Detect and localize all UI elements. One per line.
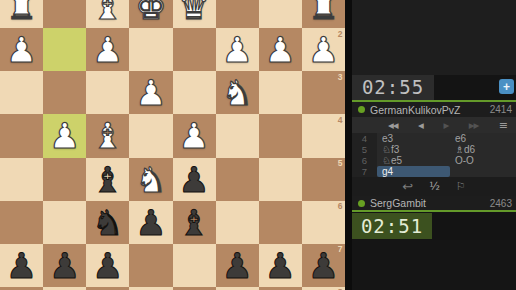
panel-top-spacer <box>352 0 516 75</box>
square-e2[interactable] <box>129 28 172 71</box>
square-c1[interactable] <box>216 0 259 28</box>
square-c6[interactable] <box>216 201 259 244</box>
square-f4[interactable]: ♝ <box>86 114 129 157</box>
square-h6[interactable] <box>0 201 43 244</box>
white-pawn-d4[interactable]: ♟ <box>173 114 216 157</box>
rank-label-7: 7 <box>338 245 343 254</box>
black-pawn-d5[interactable]: ♟ <box>173 158 216 201</box>
square-e5[interactable]: ♞ <box>129 158 172 201</box>
board-menu-icon[interactable]: ≡ <box>499 119 508 132</box>
white-queen-d1[interactable]: ♛ <box>173 0 216 28</box>
square-b2[interactable]: ♟ <box>259 28 302 71</box>
online-dot-icon <box>358 200 365 207</box>
move-number: 6 <box>352 155 377 166</box>
square-h2[interactable]: ♟ <box>0 28 43 71</box>
rank-label-6: 6 <box>338 202 343 211</box>
square-e3[interactable]: ♟ <box>129 71 172 114</box>
game-action-bar: ↩ ½ ⚐ <box>352 177 516 196</box>
move-number: 7 <box>352 166 377 177</box>
square-e4[interactable] <box>129 114 172 157</box>
rank-label-3: 3 <box>338 73 343 82</box>
square-h3[interactable] <box>0 71 43 114</box>
square-c3[interactable]: ♞ <box>216 71 259 114</box>
move-black-7[interactable] <box>450 166 516 177</box>
black-pawn-g7[interactable]: ♟ <box>43 244 86 287</box>
player-bottom[interactable]: SergGambit 2463 <box>352 196 516 210</box>
square-e1[interactable]: ♚ <box>129 0 172 28</box>
square-b1[interactable] <box>259 0 302 28</box>
resign-flag-icon[interactable]: ⚐ <box>456 178 466 195</box>
square-g4[interactable]: ♟ <box>43 114 86 157</box>
draw-offer-button[interactable]: ½ <box>429 178 440 195</box>
bottom-clock-strip: 02:51 <box>352 212 516 240</box>
square-g5[interactable] <box>43 158 86 201</box>
square-c7[interactable]: ♟ <box>216 244 259 287</box>
square-d3[interactable] <box>173 71 216 114</box>
black-clock: 02:51 <box>352 213 432 239</box>
square-f6[interactable]: ♞ <box>86 201 129 244</box>
move-black-4[interactable]: e6 <box>450 133 516 144</box>
square-g6[interactable] <box>43 201 86 244</box>
move-number: 4 <box>352 133 377 144</box>
white-rook-a1[interactable]: ♜ <box>302 0 345 28</box>
square-d5[interactable]: ♟ <box>173 158 216 201</box>
move-black-6[interactable]: O-O <box>450 155 516 166</box>
square-h1[interactable]: ♜ <box>0 0 43 28</box>
player-top[interactable]: GermanKulikovPvZ 2414 <box>352 102 516 117</box>
square-b6[interactable] <box>259 201 302 244</box>
nav-first-button[interactable]: ◀◀ <box>388 121 398 130</box>
rank-label-5: 5 <box>338 159 343 168</box>
player-top-rating: 2414 <box>490 104 513 115</box>
square-f2[interactable]: ♟ <box>86 28 129 71</box>
square-g2[interactable] <box>43 28 86 71</box>
white-pawn-g4[interactable]: ♟ <box>43 114 86 157</box>
white-pawn-f2[interactable]: ♟ <box>86 28 129 71</box>
square-a1[interactable]: ♜ <box>302 0 345 28</box>
black-pawn-f7[interactable]: ♟ <box>86 244 129 287</box>
square-d7[interactable] <box>173 244 216 287</box>
nav-prev-button[interactable]: ◀ <box>418 121 423 130</box>
white-pawn-b2[interactable]: ♟ <box>259 28 302 71</box>
square-d6[interactable]: ♝ <box>173 201 216 244</box>
white-bishop-f4[interactable]: ♝ <box>86 114 129 157</box>
square-f1[interactable]: ♝ <box>86 0 129 28</box>
white-pawn-h2[interactable]: ♟ <box>0 28 43 71</box>
square-h5[interactable] <box>0 158 43 201</box>
black-pawn-c7[interactable]: ♟ <box>216 244 259 287</box>
square-b3[interactable] <box>259 71 302 114</box>
square-h7[interactable]: ♟ <box>0 244 43 287</box>
square-g7[interactable]: ♟ <box>43 244 86 287</box>
white-knight-c3[interactable]: ♞ <box>216 71 259 114</box>
side-panel: 02:55 + GermanKulikovPvZ 2414 ◀◀ ◀ ▶ ▶▶ … <box>345 0 516 290</box>
square-b5[interactable] <box>259 158 302 201</box>
square-g3[interactable] <box>43 71 86 114</box>
board-grid: ♜♝♚♛♜♟♟♟♟♟♟♞♟♝♟♝♞♟♞♟♝♟♟♟♟♟♟♚♜♛♞♜12345678 <box>0 0 345 290</box>
square-f5[interactable]: ♝ <box>86 158 129 201</box>
white-pawn-e3[interactable]: ♟ <box>129 71 172 114</box>
move-white-5[interactable]: ♘f3 <box>377 144 450 155</box>
white-knight-e5[interactable]: ♞ <box>129 158 172 201</box>
move-black-5[interactable]: ♗d6 <box>450 144 516 155</box>
white-pawn-c2[interactable]: ♟ <box>216 28 259 71</box>
black-pawn-e6[interactable]: ♟ <box>129 201 172 244</box>
online-dot-icon <box>358 106 365 113</box>
square-c5[interactable] <box>216 158 259 201</box>
square-d1[interactable]: ♛ <box>173 0 216 28</box>
black-knight-f6[interactable]: ♞ <box>86 201 129 244</box>
black-pawn-b7[interactable]: ♟ <box>259 244 302 287</box>
square-f7[interactable]: ♟ <box>86 244 129 287</box>
move-list: 4 e3 e6 5 ♘f3 ♗d6 6 ♘e5 O-O 7 g4 <box>352 133 516 177</box>
move-number: 5 <box>352 144 377 155</box>
rank-label-4: 4 <box>338 116 343 125</box>
white-clock: 02:55 <box>352 75 434 100</box>
white-rook-h1[interactable]: ♜ <box>0 0 43 28</box>
square-g1[interactable] <box>43 0 86 28</box>
square-e6[interactable]: ♟ <box>129 201 172 244</box>
square-f3[interactable] <box>86 71 129 114</box>
black-bishop-d6[interactable]: ♝ <box>173 201 216 244</box>
move-white-6[interactable]: ♘e5 <box>377 155 450 166</box>
white-king-e1[interactable]: ♚ <box>129 0 172 28</box>
square-d2[interactable] <box>173 28 216 71</box>
square-b7[interactable]: ♟ <box>259 244 302 287</box>
panel-bottom-spacer <box>352 240 516 290</box>
takeback-icon[interactable]: ↩ <box>402 178 413 195</box>
move-white-4[interactable]: e3 <box>377 133 450 144</box>
black-pawn-h7[interactable]: ♟ <box>0 244 43 287</box>
top-clock-strip: 02:55 + <box>352 75 516 100</box>
white-bishop-f1[interactable]: ♝ <box>86 0 129 28</box>
square-h4[interactable] <box>0 114 43 157</box>
square-c2[interactable]: ♟ <box>216 28 259 71</box>
player-bottom-rating: 2463 <box>490 198 513 209</box>
move-nav-bar: ◀◀ ◀ ▶ ▶▶ ≡ <box>352 117 516 133</box>
nav-next-button[interactable]: ▶ <box>443 121 448 130</box>
nav-last-button[interactable]: ▶▶ <box>469 121 479 130</box>
rank-label-2: 2 <box>338 30 343 39</box>
chess-board[interactable]: ♜♝♚♛♜♟♟♟♟♟♟♞♟♝♟♝♞♟♞♟♝♟♟♟♟♟♟♚♜♛♞♜12345678 <box>0 0 345 290</box>
move-white-7[interactable]: g4 <box>377 166 450 177</box>
give-more-time-button[interactable]: + <box>499 79 514 94</box>
player-bottom-name: SergGambit <box>370 196 490 210</box>
square-b4[interactable] <box>259 114 302 157</box>
square-c4[interactable] <box>216 114 259 157</box>
player-top-name: GermanKulikovPvZ <box>370 103 490 117</box>
square-d4[interactable]: ♟ <box>173 114 216 157</box>
chess-app: ♜♝♚♛♜♟♟♟♟♟♟♞♟♝♟♝♞♟♞♟♝♟♟♟♟♟♟♚♜♛♞♜12345678… <box>0 0 516 290</box>
square-e7[interactable] <box>129 244 172 287</box>
black-bishop-f5[interactable]: ♝ <box>86 158 129 201</box>
